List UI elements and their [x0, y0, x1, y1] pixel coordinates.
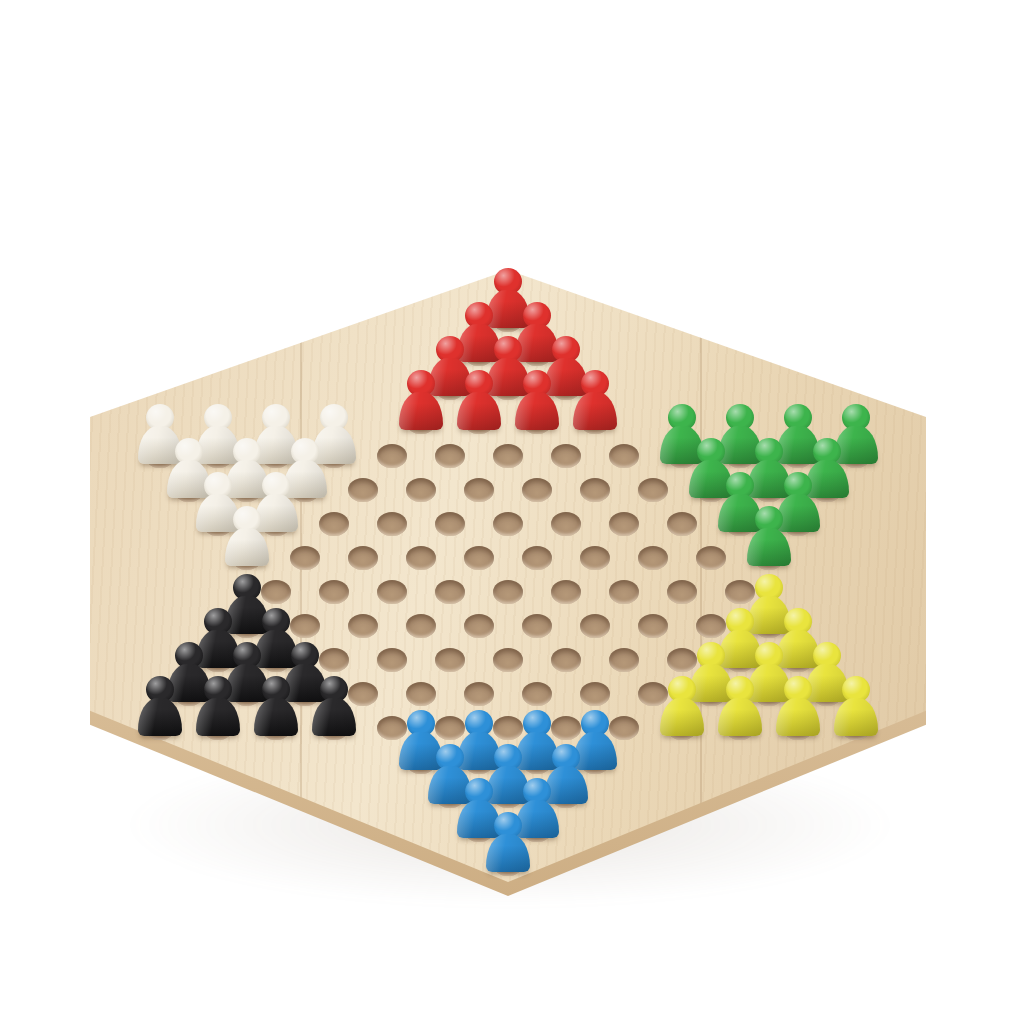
peg-body: [399, 392, 443, 430]
hole[interactable]: [522, 478, 552, 502]
board-grid: [90, 270, 926, 882]
peg-black[interactable]: [254, 676, 298, 736]
hole[interactable]: [522, 614, 552, 638]
hole[interactable]: [580, 478, 610, 502]
peg-black[interactable]: [312, 676, 356, 736]
peg-body: [573, 392, 617, 430]
hole[interactable]: [638, 478, 668, 502]
hole[interactable]: [696, 546, 726, 570]
peg-blue[interactable]: [486, 812, 530, 872]
peg-red[interactable]: [399, 370, 443, 430]
hole[interactable]: [464, 478, 494, 502]
peg-body: [254, 698, 298, 736]
hole[interactable]: [551, 648, 581, 672]
hole[interactable]: [377, 444, 407, 468]
peg-body: [718, 698, 762, 736]
hole[interactable]: [435, 512, 465, 536]
peg-body: [660, 698, 704, 736]
hole[interactable]: [493, 444, 523, 468]
hole[interactable]: [435, 444, 465, 468]
peg-red[interactable]: [573, 370, 617, 430]
hole[interactable]: [464, 682, 494, 706]
hole[interactable]: [406, 478, 436, 502]
hole[interactable]: [406, 546, 436, 570]
hole[interactable]: [580, 614, 610, 638]
peg-body: [486, 834, 530, 872]
hole[interactable]: [609, 512, 639, 536]
hole[interactable]: [377, 512, 407, 536]
hole[interactable]: [435, 580, 465, 604]
hole[interactable]: [551, 444, 581, 468]
hole[interactable]: [638, 546, 668, 570]
hole[interactable]: [348, 546, 378, 570]
peg-green[interactable]: [747, 506, 791, 566]
peg-body: [312, 698, 356, 736]
hole[interactable]: [522, 682, 552, 706]
hole[interactable]: [609, 580, 639, 604]
hole[interactable]: [348, 614, 378, 638]
peg-body: [196, 698, 240, 736]
hole[interactable]: [609, 444, 639, 468]
hole[interactable]: [348, 478, 378, 502]
peg-red[interactable]: [457, 370, 501, 430]
hole[interactable]: [319, 580, 349, 604]
hole[interactable]: [580, 546, 610, 570]
hole[interactable]: [551, 512, 581, 536]
peg-body: [225, 528, 269, 566]
peg-black[interactable]: [138, 676, 182, 736]
peg-yellow[interactable]: [776, 676, 820, 736]
hole[interactable]: [435, 648, 465, 672]
hole[interactable]: [377, 580, 407, 604]
hole[interactable]: [319, 512, 349, 536]
peg-white[interactable]: [225, 506, 269, 566]
peg-black[interactable]: [196, 676, 240, 736]
peg-body: [776, 698, 820, 736]
product-photo: [0, 0, 1024, 1024]
hole[interactable]: [493, 648, 523, 672]
hole[interactable]: [493, 512, 523, 536]
hole[interactable]: [667, 512, 697, 536]
hole[interactable]: [406, 682, 436, 706]
hole[interactable]: [522, 546, 552, 570]
hole[interactable]: [580, 682, 610, 706]
peg-yellow[interactable]: [834, 676, 878, 736]
hole[interactable]: [406, 614, 436, 638]
hole[interactable]: [493, 580, 523, 604]
hole[interactable]: [464, 614, 494, 638]
peg-body: [747, 528, 791, 566]
peg-body: [515, 392, 559, 430]
peg-red[interactable]: [515, 370, 559, 430]
hole[interactable]: [377, 648, 407, 672]
peg-body: [834, 698, 878, 736]
peg-yellow[interactable]: [718, 676, 762, 736]
hole[interactable]: [464, 546, 494, 570]
hole[interactable]: [638, 614, 668, 638]
hole[interactable]: [551, 580, 581, 604]
peg-body: [457, 392, 501, 430]
peg-yellow[interactable]: [660, 676, 704, 736]
peg-body: [138, 698, 182, 736]
hole[interactable]: [609, 648, 639, 672]
hole[interactable]: [290, 546, 320, 570]
hole[interactable]: [667, 580, 697, 604]
